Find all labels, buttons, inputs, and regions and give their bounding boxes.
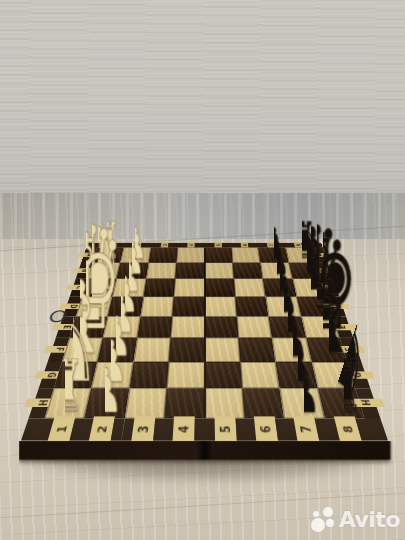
avito-logo-icon (311, 507, 336, 532)
square-a6 (231, 248, 260, 263)
square-c4 (174, 279, 205, 297)
square-b5 (205, 262, 234, 278)
square-e1: ♚ (69, 316, 108, 338)
square-d1: ♛ (76, 297, 113, 317)
square-a1: ♜ (93, 248, 124, 263)
front-rank-label: 8 (324, 419, 371, 441)
square-d5 (205, 297, 237, 317)
square-f1: ♝ (62, 338, 103, 362)
square-f2: ♟ (98, 338, 137, 362)
square-g1: ♞ (54, 362, 98, 389)
square-b4 (175, 262, 204, 278)
square-f6 (238, 338, 275, 362)
square-c6 (234, 279, 266, 297)
square-h2: ♟ (85, 389, 130, 419)
square-f4 (169, 338, 205, 362)
square-c3 (143, 279, 175, 297)
front-rank-label: 4 (163, 419, 205, 441)
square-b3 (146, 262, 177, 278)
square-b7: ♟ (260, 262, 292, 278)
square-a4 (177, 248, 205, 263)
chess-board: 12345678A♜♟♟♜AB♞♟♟♞BC♝♟♟♝CD♛♟♟♛DE♚♟♟♚EF♝… (21, 243, 388, 441)
square-e4 (171, 316, 205, 338)
square-a5 (205, 248, 233, 263)
floor-gray-plank (0, 193, 405, 239)
square-f3 (133, 338, 170, 362)
square-h6 (242, 389, 284, 419)
square-b6 (232, 262, 263, 278)
square-e7: ♟ (269, 316, 306, 338)
square-h5 (205, 389, 245, 419)
square-c5 (205, 279, 236, 297)
square-h3 (125, 389, 167, 419)
square-c7: ♟ (263, 279, 296, 297)
square-f7: ♟ (272, 338, 311, 362)
avito-watermark-text: Avito (339, 507, 400, 532)
square-d2: ♟ (108, 297, 143, 317)
square-g6 (240, 362, 280, 389)
square-e2: ♟ (103, 316, 140, 338)
square-f5 (205, 338, 241, 362)
board-front-edge (19, 441, 391, 460)
front-rank-label: 3 (121, 419, 164, 441)
square-a7: ♟ (258, 248, 288, 263)
square-g4 (167, 362, 205, 389)
square-b2: ♟ (117, 262, 149, 278)
square-d7: ♟ (266, 297, 301, 317)
square-g3 (129, 362, 169, 389)
square-c1: ♝ (82, 279, 117, 297)
square-d4 (172, 297, 204, 317)
wall-background (0, 0, 405, 193)
square-g5 (205, 362, 243, 389)
front-rank-label: 6 (244, 419, 287, 441)
square-c2: ♟ (113, 279, 146, 297)
listing-photo: 12345678A♜♟♟♜AB♞♟♟♞BC♝♟♟♝CD♛♟♟♛DE♚♟♟♚EF♝… (0, 0, 405, 540)
square-e6 (237, 316, 272, 338)
square-e5 (205, 316, 239, 338)
front-rank-label: 5 (205, 419, 247, 441)
square-g7: ♟ (276, 362, 318, 389)
square-a2: ♟ (121, 248, 151, 263)
square-g2: ♟ (91, 362, 133, 389)
square-b1: ♞ (87, 262, 120, 278)
front-rank-label: 7 (284, 419, 329, 441)
front-rank-label: 2 (79, 419, 124, 441)
avito-watermark: Avito (311, 507, 400, 532)
square-d3 (140, 297, 174, 317)
front-rank-label: 1 (38, 419, 85, 441)
square-a3 (149, 248, 178, 263)
square-e3 (137, 316, 172, 338)
square-d6 (235, 297, 269, 317)
square-h4 (165, 389, 205, 419)
